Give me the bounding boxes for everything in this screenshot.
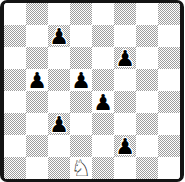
- square-b8[interactable]: [26, 3, 48, 25]
- square-c2[interactable]: [48, 135, 70, 157]
- square-b2[interactable]: [26, 135, 48, 157]
- square-g7[interactable]: [136, 25, 158, 47]
- square-h4[interactable]: [158, 91, 180, 113]
- square-c1[interactable]: [48, 157, 70, 179]
- square-b1[interactable]: [26, 157, 48, 179]
- square-h5[interactable]: [158, 69, 180, 91]
- square-e6[interactable]: [92, 47, 114, 69]
- square-a6[interactable]: [4, 47, 26, 69]
- square-e2[interactable]: [92, 135, 114, 157]
- square-a8[interactable]: [4, 3, 26, 25]
- square-c8[interactable]: [48, 3, 70, 25]
- square-e5[interactable]: [92, 69, 114, 91]
- square-g5[interactable]: [136, 69, 158, 91]
- square-e4[interactable]: ♟: [92, 91, 114, 113]
- square-g8[interactable]: [136, 3, 158, 25]
- square-h6[interactable]: [158, 47, 180, 69]
- square-c7[interactable]: ♟: [48, 25, 70, 47]
- square-b5[interactable]: ♟: [26, 69, 48, 91]
- square-f2[interactable]: ♟: [114, 135, 136, 157]
- square-a4[interactable]: [4, 91, 26, 113]
- square-g2[interactable]: [136, 135, 158, 157]
- square-a7[interactable]: [4, 25, 26, 47]
- square-f8[interactable]: [114, 3, 136, 25]
- square-f1[interactable]: [114, 157, 136, 179]
- black-pawn-d5: ♟: [71, 69, 91, 92]
- black-pawn-f6: ♟: [115, 47, 135, 70]
- square-e1[interactable]: [92, 157, 114, 179]
- square-a3[interactable]: [4, 113, 26, 135]
- square-e7[interactable]: [92, 25, 114, 47]
- square-a1[interactable]: [4, 157, 26, 179]
- black-pawn-f2: ♟: [115, 135, 135, 158]
- square-a5[interactable]: [4, 69, 26, 91]
- square-g4[interactable]: [136, 91, 158, 113]
- black-pawn-c7: ♟: [49, 25, 69, 48]
- square-f7[interactable]: [114, 25, 136, 47]
- square-d5[interactable]: ♟: [70, 69, 92, 91]
- square-b3[interactable]: [26, 113, 48, 135]
- square-c3[interactable]: ♟: [48, 113, 70, 135]
- square-f5[interactable]: [114, 69, 136, 91]
- square-h7[interactable]: [158, 25, 180, 47]
- square-h2[interactable]: [158, 135, 180, 157]
- square-b4[interactable]: [26, 91, 48, 113]
- square-g6[interactable]: [136, 47, 158, 69]
- square-d3[interactable]: [70, 113, 92, 135]
- black-pawn-c3: ♟: [49, 113, 69, 136]
- square-d2[interactable]: [70, 135, 92, 157]
- square-c5[interactable]: [48, 69, 70, 91]
- square-b7[interactable]: [26, 25, 48, 47]
- square-d1[interactable]: ♘: [70, 157, 92, 179]
- square-d4[interactable]: [70, 91, 92, 113]
- square-f3[interactable]: [114, 113, 136, 135]
- square-d8[interactable]: [70, 3, 92, 25]
- square-g1[interactable]: [136, 157, 158, 179]
- white-knight-d1: ♘: [71, 156, 92, 180]
- square-h3[interactable]: [158, 113, 180, 135]
- chess-diagram: ♟♟♟♟♟♟♟♘: [0, 0, 185, 182]
- square-f4[interactable]: [114, 91, 136, 113]
- square-c6[interactable]: [48, 47, 70, 69]
- square-f6[interactable]: ♟: [114, 47, 136, 69]
- square-d6[interactable]: [70, 47, 92, 69]
- square-e3[interactable]: [92, 113, 114, 135]
- square-c4[interactable]: [48, 91, 70, 113]
- chess-board: ♟♟♟♟♟♟♟♘: [0, 0, 184, 182]
- square-d7[interactable]: [70, 25, 92, 47]
- square-b6[interactable]: [26, 47, 48, 69]
- square-h8[interactable]: [158, 3, 180, 25]
- square-a2[interactable]: [4, 135, 26, 157]
- square-g3[interactable]: [136, 113, 158, 135]
- black-pawn-b5: ♟: [27, 69, 47, 92]
- black-pawn-e4: ♟: [93, 91, 113, 114]
- square-h1[interactable]: [158, 157, 180, 179]
- square-e8[interactable]: [92, 3, 114, 25]
